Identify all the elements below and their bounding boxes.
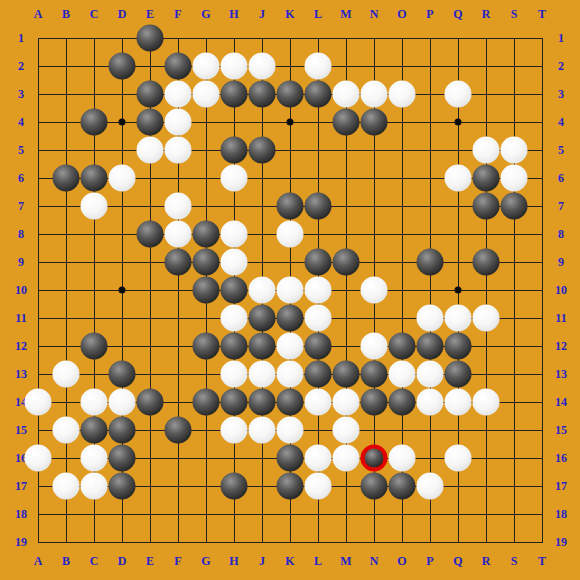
stone-J2-white: [249, 53, 276, 80]
stone-L10-white: [305, 277, 332, 304]
stone-F3-white: [165, 81, 192, 108]
coord-label-top-S: S: [511, 8, 518, 20]
stone-G2-white: [193, 53, 220, 80]
stone-G9-black: [193, 249, 220, 276]
grid-line-vertical: [542, 38, 543, 543]
stone-C6-black: [81, 165, 108, 192]
coord-label-top-P: P: [426, 8, 433, 20]
coord-label-right-17: 17: [555, 480, 567, 492]
stone-S5-white: [501, 137, 528, 164]
stone-C7-white: [81, 193, 108, 220]
coord-label-top-D: D: [118, 8, 127, 20]
coord-label-bottom-M: M: [340, 555, 351, 567]
coord-label-top-A: A: [34, 8, 43, 20]
stone-H17-black: [221, 473, 248, 500]
stone-H10-black: [221, 277, 248, 304]
stone-O13-white: [389, 361, 416, 388]
stone-B17-white: [53, 473, 80, 500]
stone-N12-white: [361, 333, 388, 360]
coord-label-bottom-T: T: [538, 555, 546, 567]
stone-J3-black: [249, 81, 276, 108]
coord-label-left-3: 3: [18, 88, 24, 100]
coord-label-bottom-S: S: [511, 555, 518, 567]
stone-H5-black: [221, 137, 248, 164]
coord-label-bottom-J: J: [259, 555, 265, 567]
stone-A14-white: [25, 389, 52, 416]
stone-K17-black: [277, 473, 304, 500]
star-point-Q10: [455, 287, 462, 294]
stone-K16-black: [277, 445, 304, 472]
stone-S7-black: [501, 193, 528, 220]
stone-E14-black: [137, 389, 164, 416]
coord-label-left-15: 15: [15, 424, 27, 436]
stone-N3-white: [361, 81, 388, 108]
coord-label-bottom-O: O: [397, 555, 406, 567]
stone-K11-black: [277, 305, 304, 332]
coord-label-top-E: E: [146, 8, 154, 20]
coord-label-right-15: 15: [555, 424, 567, 436]
stone-J10-white: [249, 277, 276, 304]
star-point-Q4: [455, 119, 462, 126]
coord-label-left-18: 18: [15, 508, 27, 520]
stone-B13-white: [53, 361, 80, 388]
stone-H8-white: [221, 221, 248, 248]
coord-label-top-R: R: [482, 8, 491, 20]
coord-label-right-2: 2: [558, 60, 564, 72]
stone-D2-black: [109, 53, 136, 80]
stone-B6-black: [53, 165, 80, 192]
stone-P17-white: [417, 473, 444, 500]
stone-J5-black: [249, 137, 276, 164]
stone-G8-black: [193, 221, 220, 248]
stone-K3-black: [277, 81, 304, 108]
coord-label-right-11: 11: [555, 312, 566, 324]
stone-S6-white: [501, 165, 528, 192]
stone-E3-black: [137, 81, 164, 108]
stone-E5-white: [137, 137, 164, 164]
grid-line-horizontal: [38, 542, 543, 543]
stone-R5-white: [473, 137, 500, 164]
coord-label-right-5: 5: [558, 144, 564, 156]
stone-J11-black: [249, 305, 276, 332]
star-point-D4: [119, 119, 126, 126]
stone-Q11-white: [445, 305, 472, 332]
coord-label-top-B: B: [62, 8, 70, 20]
stone-C4-black: [81, 109, 108, 136]
coord-label-right-14: 14: [555, 396, 567, 408]
coord-label-left-2: 2: [18, 60, 24, 72]
coord-label-left-12: 12: [15, 340, 27, 352]
stone-D15-black: [109, 417, 136, 444]
coord-label-left-11: 11: [15, 312, 26, 324]
stone-L13-black: [305, 361, 332, 388]
stone-D16-black: [109, 445, 136, 472]
stone-Q6-white: [445, 165, 472, 192]
coord-label-left-9: 9: [18, 256, 24, 268]
coord-label-top-T: T: [538, 8, 546, 20]
stone-F9-black: [165, 249, 192, 276]
stone-M16-white: [333, 445, 360, 472]
go-board[interactable]: ABCDEFGHJKLMNOPQRSTABCDEFGHJKLMNOPQRST12…: [0, 0, 580, 580]
stone-L7-black: [305, 193, 332, 220]
coord-label-left-10: 10: [15, 284, 27, 296]
coord-label-right-13: 13: [555, 368, 567, 380]
stone-O16-white: [389, 445, 416, 472]
grid-line-vertical: [430, 38, 431, 543]
stone-M4-black: [333, 109, 360, 136]
stone-M15-white: [333, 417, 360, 444]
coord-label-left-13: 13: [15, 368, 27, 380]
coord-label-left-5: 5: [18, 144, 24, 156]
coord-label-top-N: N: [370, 8, 379, 20]
coord-label-left-8: 8: [18, 228, 24, 240]
coord-label-left-6: 6: [18, 172, 24, 184]
coord-label-bottom-A: A: [34, 555, 43, 567]
stone-K12-white: [277, 333, 304, 360]
coord-label-left-17: 17: [15, 480, 27, 492]
stone-F4-white: [165, 109, 192, 136]
stone-H9-white: [221, 249, 248, 276]
stone-D14-white: [109, 389, 136, 416]
stone-R14-white: [473, 389, 500, 416]
stone-H11-white: [221, 305, 248, 332]
stone-F5-white: [165, 137, 192, 164]
stone-G3-white: [193, 81, 220, 108]
coord-label-bottom-P: P: [426, 555, 433, 567]
stone-L12-black: [305, 333, 332, 360]
stone-L3-black: [305, 81, 332, 108]
stone-R11-white: [473, 305, 500, 332]
stone-R6-black: [473, 165, 500, 192]
stone-N4-black: [361, 109, 388, 136]
coord-label-top-F: F: [174, 8, 181, 20]
stone-P13-white: [417, 361, 444, 388]
stone-F7-white: [165, 193, 192, 220]
stone-H15-white: [221, 417, 248, 444]
stone-L2-white: [305, 53, 332, 80]
coord-label-right-10: 10: [555, 284, 567, 296]
coord-label-right-6: 6: [558, 172, 564, 184]
stone-M3-white: [333, 81, 360, 108]
stone-J12-black: [249, 333, 276, 360]
coord-label-top-H: H: [229, 8, 238, 20]
stone-H3-black: [221, 81, 248, 108]
coord-label-right-16: 16: [555, 452, 567, 464]
coord-label-right-3: 3: [558, 88, 564, 100]
stone-K13-white: [277, 361, 304, 388]
coord-label-bottom-E: E: [146, 555, 154, 567]
stone-Q3-white: [445, 81, 472, 108]
coord-label-bottom-Q: Q: [453, 555, 462, 567]
stone-F15-black: [165, 417, 192, 444]
stone-D17-black: [109, 473, 136, 500]
stone-H14-black: [221, 389, 248, 416]
stone-F8-white: [165, 221, 192, 248]
star-point-K4: [287, 119, 294, 126]
stone-L11-white: [305, 305, 332, 332]
stone-Q14-white: [445, 389, 472, 416]
coord-label-left-19: 19: [15, 536, 27, 548]
coord-label-right-7: 7: [558, 200, 564, 212]
stone-H12-black: [221, 333, 248, 360]
stone-C15-black: [81, 417, 108, 444]
stone-N13-black: [361, 361, 388, 388]
stone-G12-black: [193, 333, 220, 360]
stone-D13-black: [109, 361, 136, 388]
stone-K7-black: [277, 193, 304, 220]
coord-label-right-9: 9: [558, 256, 564, 268]
stone-Q16-white: [445, 445, 472, 472]
coord-label-right-4: 4: [558, 116, 564, 128]
coord-label-bottom-L: L: [314, 555, 322, 567]
stone-N17-black: [361, 473, 388, 500]
stone-N10-white: [361, 277, 388, 304]
grid-line-vertical: [514, 38, 515, 543]
stone-O17-black: [389, 473, 416, 500]
coord-label-bottom-B: B: [62, 555, 70, 567]
coord-label-left-7: 7: [18, 200, 24, 212]
stone-E4-black: [137, 109, 164, 136]
stone-R7-black: [473, 193, 500, 220]
stone-C12-black: [81, 333, 108, 360]
coord-label-top-K: K: [285, 8, 294, 20]
stone-H2-white: [221, 53, 248, 80]
stone-J13-white: [249, 361, 276, 388]
stone-H6-white: [221, 165, 248, 192]
stone-J15-white: [249, 417, 276, 444]
stone-O3-white: [389, 81, 416, 108]
stone-D6-white: [109, 165, 136, 192]
stone-K8-white: [277, 221, 304, 248]
stone-E1-black: [137, 25, 164, 52]
stone-K14-black: [277, 389, 304, 416]
coord-label-top-J: J: [259, 8, 265, 20]
stone-P14-white: [417, 389, 444, 416]
stone-P9-black: [417, 249, 444, 276]
stone-G14-black: [193, 389, 220, 416]
stone-L9-black: [305, 249, 332, 276]
coord-label-bottom-H: H: [229, 555, 238, 567]
last-move-stone-N16-black: [361, 445, 388, 472]
grid-line-vertical: [486, 38, 487, 543]
stone-K10-white: [277, 277, 304, 304]
stone-M14-white: [333, 389, 360, 416]
stone-G10-black: [193, 277, 220, 304]
coord-label-top-O: O: [397, 8, 406, 20]
coord-label-right-19: 19: [555, 536, 567, 548]
stone-L16-white: [305, 445, 332, 472]
stone-M9-black: [333, 249, 360, 276]
stone-N14-black: [361, 389, 388, 416]
stone-E8-black: [137, 221, 164, 248]
stone-A16-white: [25, 445, 52, 472]
coord-label-bottom-K: K: [285, 555, 294, 567]
coord-label-left-1: 1: [18, 32, 24, 44]
stone-K15-white: [277, 417, 304, 444]
coord-label-right-1: 1: [558, 32, 564, 44]
stone-P11-white: [417, 305, 444, 332]
stone-F2-black: [165, 53, 192, 80]
coord-label-top-C: C: [90, 8, 99, 20]
coord-label-bottom-C: C: [90, 555, 99, 567]
stone-O12-black: [389, 333, 416, 360]
stone-Q13-black: [445, 361, 472, 388]
coord-label-bottom-F: F: [174, 555, 181, 567]
stone-L14-white: [305, 389, 332, 416]
stone-C14-white: [81, 389, 108, 416]
coord-label-bottom-N: N: [370, 555, 379, 567]
coord-label-bottom-G: G: [201, 555, 210, 567]
stone-P12-black: [417, 333, 444, 360]
coord-label-top-G: G: [201, 8, 210, 20]
coord-label-right-8: 8: [558, 228, 564, 240]
coord-label-top-Q: Q: [453, 8, 462, 20]
coord-label-top-L: L: [314, 8, 322, 20]
stone-H13-white: [221, 361, 248, 388]
grid-line-horizontal: [38, 514, 543, 515]
stone-M13-black: [333, 361, 360, 388]
stone-Q12-black: [445, 333, 472, 360]
stone-B15-white: [53, 417, 80, 444]
coord-label-right-18: 18: [555, 508, 567, 520]
coord-label-bottom-D: D: [118, 555, 127, 567]
stone-C16-white: [81, 445, 108, 472]
stone-R9-black: [473, 249, 500, 276]
stone-L17-white: [305, 473, 332, 500]
coord-label-top-M: M: [340, 8, 351, 20]
stone-C17-white: [81, 473, 108, 500]
stone-O14-black: [389, 389, 416, 416]
stone-J14-black: [249, 389, 276, 416]
coord-label-right-12: 12: [555, 340, 567, 352]
star-point-D10: [119, 287, 126, 294]
coord-label-left-4: 4: [18, 116, 24, 128]
coord-label-bottom-R: R: [482, 555, 491, 567]
